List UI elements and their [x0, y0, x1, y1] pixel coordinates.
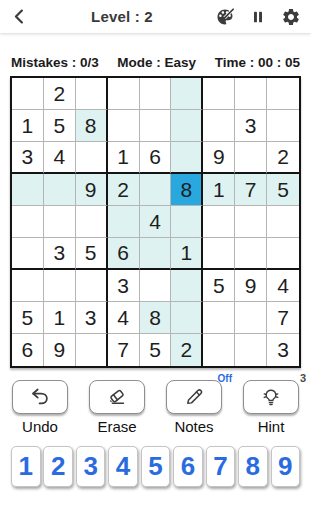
- cell-r9c5[interactable]: 5: [140, 334, 172, 366]
- cell-r2c6[interactable]: [171, 110, 203, 142]
- cell-r6c2[interactable]: 3: [44, 238, 76, 270]
- eraser-icon: [106, 386, 128, 408]
- cell-r4c2[interactable]: [44, 174, 76, 206]
- numpad-key-2[interactable]: 2: [43, 446, 73, 487]
- cell-r5c9[interactable]: [267, 206, 299, 238]
- cell-r9c1[interactable]: 6: [12, 334, 44, 366]
- cell-r4c3[interactable]: 9: [76, 174, 108, 206]
- cell-r7c4[interactable]: 3: [108, 270, 140, 302]
- cell-r1c1[interactable]: [12, 78, 44, 110]
- time-label: Time : 00 : 05: [215, 55, 300, 70]
- cell-r9c6[interactable]: 2: [171, 334, 203, 366]
- cell-r7c6[interactable]: [171, 270, 203, 302]
- hint-button[interactable]: 3: [243, 380, 299, 414]
- bulb-icon: [260, 386, 282, 408]
- cell-r5c1[interactable]: [12, 206, 44, 238]
- pencil-icon: [183, 386, 205, 408]
- cell-r1c5[interactable]: [140, 78, 172, 110]
- cell-r3c7[interactable]: 9: [203, 142, 235, 174]
- cell-r6c8[interactable]: [235, 238, 267, 270]
- numpad-key-1[interactable]: 1: [11, 446, 41, 487]
- cell-r4c8[interactable]: 7: [235, 174, 267, 206]
- mode-label: Mode : Easy: [117, 55, 196, 70]
- numpad-key-6[interactable]: 6: [173, 446, 203, 487]
- cell-r7c9[interactable]: 4: [267, 270, 299, 302]
- hint-count-badge: 3: [300, 372, 306, 384]
- numpad-key-3[interactable]: 3: [76, 446, 106, 487]
- cell-r8c9[interactable]: 7: [267, 302, 299, 334]
- cell-r5c8[interactable]: [235, 206, 267, 238]
- cell-r8c6[interactable]: [171, 302, 203, 334]
- cell-r8c5[interactable]: 8: [140, 302, 172, 334]
- cell-r4c9[interactable]: 5: [267, 174, 299, 206]
- settings-button[interactable]: [281, 7, 301, 27]
- app-bar: Level : 2: [0, 0, 311, 33]
- cell-r3c5[interactable]: 6: [140, 142, 172, 174]
- cell-r4c1[interactable]: [12, 174, 44, 206]
- cell-r6c1[interactable]: [12, 238, 44, 270]
- cell-r1c7[interactable]: [203, 78, 235, 110]
- cell-r5c5[interactable]: 4: [140, 206, 172, 238]
- cell-r1c9[interactable]: [267, 78, 299, 110]
- action-toolbar: Undo Erase Off Notes: [0, 380, 311, 435]
- cell-r5c6[interactable]: [171, 206, 203, 238]
- cell-r3c4[interactable]: 1: [108, 142, 140, 174]
- cell-r6c5[interactable]: [140, 238, 172, 270]
- cell-r1c8[interactable]: [235, 78, 267, 110]
- cell-r9c7[interactable]: [203, 334, 235, 366]
- cell-r8c7[interactable]: [203, 302, 235, 334]
- cell-r7c2[interactable]: [44, 270, 76, 302]
- level-title: Level : 2: [29, 8, 215, 25]
- cell-r2c2[interactable]: 5: [44, 110, 76, 142]
- cell-r7c7[interactable]: 5: [203, 270, 235, 302]
- cell-r2c7[interactable]: [203, 110, 235, 142]
- cell-r3c9[interactable]: 2: [267, 142, 299, 174]
- mistakes-label: Mistakes : 0/3: [11, 55, 99, 70]
- cell-r6c3[interactable]: 5: [76, 238, 108, 270]
- cell-r3c8[interactable]: [235, 142, 267, 174]
- cell-r4c4[interactable]: 2: [108, 174, 140, 206]
- cell-r3c3[interactable]: [76, 142, 108, 174]
- back-button[interactable]: [10, 7, 29, 26]
- settings-gear-icon: [281, 7, 301, 27]
- cell-r5c3[interactable]: [76, 206, 108, 238]
- undo-label: Undo: [22, 418, 58, 435]
- numpad-key-5[interactable]: 5: [141, 446, 171, 487]
- erase-label: Erase: [97, 418, 136, 435]
- notes-button[interactable]: Off: [166, 380, 222, 414]
- cell-r3c2[interactable]: 4: [44, 142, 76, 174]
- cell-r2c3[interactable]: 8: [76, 110, 108, 142]
- cell-r3c6[interactable]: [171, 142, 203, 174]
- cell-r8c8[interactable]: [235, 302, 267, 334]
- cell-r6c7[interactable]: [203, 238, 235, 270]
- cell-r8c1[interactable]: 5: [12, 302, 44, 334]
- numpad-key-4[interactable]: 4: [108, 446, 138, 487]
- number-pad: 123456789: [0, 446, 311, 487]
- cell-r6c9[interactable]: [267, 238, 299, 270]
- cell-r1c2[interactable]: 2: [44, 78, 76, 110]
- cell-r1c6[interactable]: [171, 78, 203, 110]
- cell-r2c8[interactable]: 3: [235, 110, 267, 142]
- undo-tool: Undo: [12, 380, 68, 435]
- cell-r5c2[interactable]: [44, 206, 76, 238]
- cell-r9c8[interactable]: [235, 334, 267, 366]
- sudoku-board: 21583341692928175435613594513487697523: [10, 76, 301, 368]
- notes-tool: Off Notes: [166, 380, 222, 435]
- cell-r7c3[interactable]: [76, 270, 108, 302]
- cell-r5c4[interactable]: [108, 206, 140, 238]
- cell-r1c4[interactable]: [108, 78, 140, 110]
- cell-r7c8[interactable]: 9: [235, 270, 267, 302]
- cell-r8c4[interactable]: 4: [108, 302, 140, 334]
- numpad-key-8[interactable]: 8: [238, 446, 268, 487]
- hint-tool: 3 Hint: [243, 380, 299, 435]
- cell-r8c3[interactable]: 3: [76, 302, 108, 334]
- undo-icon: [29, 386, 51, 408]
- erase-button[interactable]: [89, 380, 145, 414]
- cell-r9c4[interactable]: 7: [108, 334, 140, 366]
- cell-r6c6[interactable]: 1: [171, 238, 203, 270]
- numpad-key-9[interactable]: 9: [271, 446, 301, 487]
- hint-label: Hint: [258, 418, 285, 435]
- pause-button[interactable]: [250, 9, 266, 25]
- cell-r2c4[interactable]: [108, 110, 140, 142]
- numpad-key-7[interactable]: 7: [206, 446, 236, 487]
- undo-button[interactable]: [12, 380, 68, 414]
- back-icon: [10, 7, 29, 26]
- cell-r6c4[interactable]: 6: [108, 238, 140, 270]
- cell-r4c6[interactable]: 8: [171, 174, 203, 206]
- notes-label: Notes: [174, 418, 213, 435]
- cell-r5c7[interactable]: [203, 206, 235, 238]
- status-row: Mistakes : 0/3 Mode : Easy Time : 00 : 0…: [0, 55, 311, 70]
- palette-brush-icon: [215, 7, 235, 27]
- cell-r4c7[interactable]: 1: [203, 174, 235, 206]
- cell-r2c5[interactable]: [140, 110, 172, 142]
- cell-r8c2[interactable]: 1: [44, 302, 76, 334]
- cell-r7c1[interactable]: [12, 270, 44, 302]
- theme-button[interactable]: [215, 7, 235, 27]
- cell-r9c3[interactable]: [76, 334, 108, 366]
- notes-off-badge: Off: [218, 373, 232, 384]
- pause-icon: [250, 9, 266, 25]
- cell-r7c5[interactable]: [140, 270, 172, 302]
- cell-r9c2[interactable]: 9: [44, 334, 76, 366]
- cell-r2c1[interactable]: 1: [12, 110, 44, 142]
- cell-r9c9[interactable]: 3: [267, 334, 299, 366]
- cell-r3c1[interactable]: 3: [12, 142, 44, 174]
- cell-r2c9[interactable]: [267, 110, 299, 142]
- cell-r1c3[interactable]: [76, 78, 108, 110]
- cell-r4c5[interactable]: [140, 174, 172, 206]
- erase-tool: Erase: [89, 380, 145, 435]
